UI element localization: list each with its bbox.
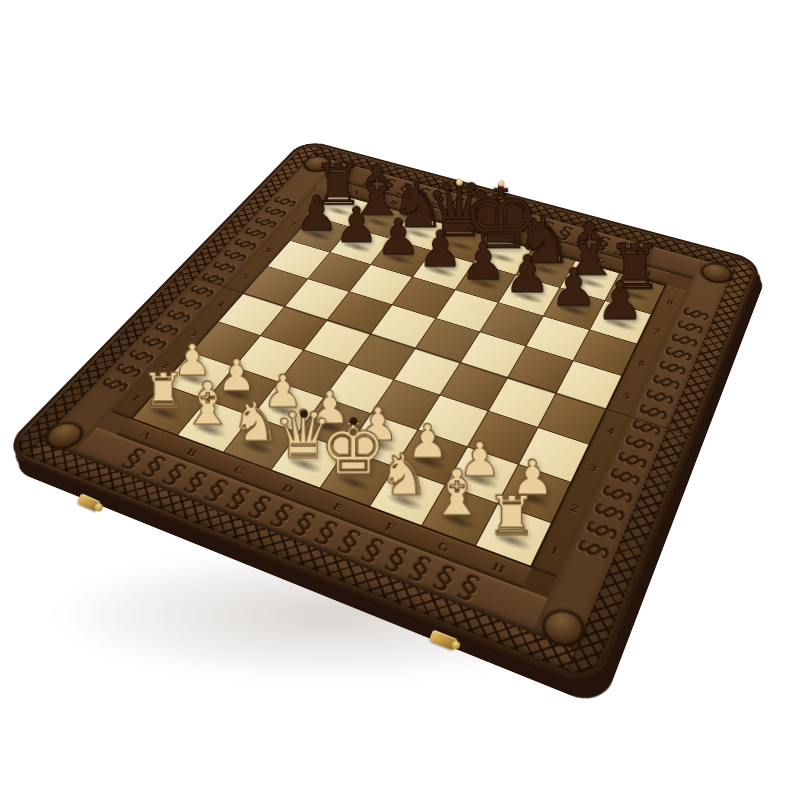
finial-dark <box>349 418 357 426</box>
product-photo-background: §§§§§§§§§§§§§§§§ §§§§§§§§§§§§§§§§ §§§§§§… <box>0 0 800 800</box>
finial-light <box>498 180 504 186</box>
brass-clasp-left <box>77 493 102 512</box>
corner-medallion <box>38 418 91 454</box>
piece-white-rook[interactable]: ♜ <box>458 491 564 543</box>
corner-medallion <box>536 604 591 653</box>
brass-knob <box>94 502 105 513</box>
